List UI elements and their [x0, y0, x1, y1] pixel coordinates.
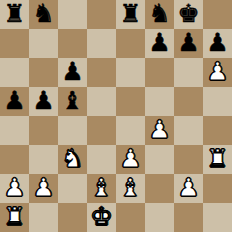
square-b6[interactable] [29, 58, 58, 87]
piece-black-pawn[interactable]: ♟ [32, 87, 54, 115]
piece-black-bishop[interactable]: ♝ [61, 87, 83, 115]
square-c6[interactable]: ♟ [58, 58, 87, 87]
square-a5[interactable]: ♟ [0, 87, 29, 116]
piece-white-pawn[interactable]: ♟ [177, 174, 199, 202]
piece-white-knight[interactable]: ♞ [61, 145, 83, 173]
square-d3[interactable] [87, 145, 116, 174]
chess-board: ♜♞♜♞♚♟♟♟♟♟♟♟♝♟♞♟♜♟♟♝♝♟♜♚ [0, 0, 232, 232]
square-e7[interactable] [116, 29, 145, 58]
piece-white-bishop[interactable]: ♝ [119, 174, 141, 202]
square-c8[interactable] [58, 0, 87, 29]
piece-white-pawn[interactable]: ♟ [3, 174, 25, 202]
square-b4[interactable] [29, 116, 58, 145]
square-f3[interactable] [145, 145, 174, 174]
square-h1[interactable] [203, 203, 232, 232]
square-h8[interactable] [203, 0, 232, 29]
piece-black-pawn[interactable]: ♟ [61, 58, 83, 86]
square-a7[interactable] [0, 29, 29, 58]
square-h5[interactable] [203, 87, 232, 116]
square-c4[interactable] [58, 116, 87, 145]
square-g1[interactable] [174, 203, 203, 232]
square-c5[interactable]: ♝ [58, 87, 87, 116]
piece-white-king[interactable]: ♚ [90, 203, 112, 231]
square-c7[interactable] [58, 29, 87, 58]
square-d4[interactable] [87, 116, 116, 145]
square-b7[interactable] [29, 29, 58, 58]
piece-black-pawn[interactable]: ♟ [177, 29, 199, 57]
square-e4[interactable] [116, 116, 145, 145]
square-f7[interactable]: ♟ [145, 29, 174, 58]
square-a6[interactable] [0, 58, 29, 87]
square-g7[interactable]: ♟ [174, 29, 203, 58]
piece-white-rook[interactable]: ♜ [3, 203, 25, 231]
square-e2[interactable]: ♝ [116, 174, 145, 203]
square-c3[interactable]: ♞ [58, 145, 87, 174]
piece-white-pawn[interactable]: ♟ [32, 174, 54, 202]
square-b1[interactable] [29, 203, 58, 232]
square-g8[interactable]: ♚ [174, 0, 203, 29]
square-h3[interactable]: ♜ [203, 145, 232, 174]
square-c1[interactable] [58, 203, 87, 232]
square-c2[interactable] [58, 174, 87, 203]
square-a8[interactable]: ♜ [0, 0, 29, 29]
square-f4[interactable]: ♟ [145, 116, 174, 145]
square-d7[interactable] [87, 29, 116, 58]
square-f5[interactable] [145, 87, 174, 116]
square-d5[interactable] [87, 87, 116, 116]
square-e6[interactable] [116, 58, 145, 87]
square-d8[interactable] [87, 0, 116, 29]
square-a3[interactable] [0, 145, 29, 174]
piece-white-pawn[interactable]: ♟ [119, 145, 141, 173]
square-d6[interactable] [87, 58, 116, 87]
square-e8[interactable]: ♜ [116, 0, 145, 29]
square-g2[interactable]: ♟ [174, 174, 203, 203]
square-h2[interactable] [203, 174, 232, 203]
square-f2[interactable] [145, 174, 174, 203]
piece-black-pawn[interactable]: ♟ [148, 29, 170, 57]
piece-white-pawn[interactable]: ♟ [206, 58, 228, 86]
piece-black-pawn[interactable]: ♟ [206, 29, 228, 57]
piece-white-bishop[interactable]: ♝ [90, 174, 112, 202]
piece-black-rook[interactable]: ♜ [3, 0, 25, 28]
piece-black-knight[interactable]: ♞ [148, 0, 170, 28]
square-e1[interactable] [116, 203, 145, 232]
square-h4[interactable] [203, 116, 232, 145]
square-a2[interactable]: ♟ [0, 174, 29, 203]
square-f1[interactable] [145, 203, 174, 232]
square-h7[interactable]: ♟ [203, 29, 232, 58]
square-b2[interactable]: ♟ [29, 174, 58, 203]
square-a1[interactable]: ♜ [0, 203, 29, 232]
chess-board-container: ♜♞♜♞♚♟♟♟♟♟♟♟♝♟♞♟♜♟♟♝♝♟♜♚ [0, 0, 232, 232]
square-g6[interactable] [174, 58, 203, 87]
square-d1[interactable]: ♚ [87, 203, 116, 232]
square-e3[interactable]: ♟ [116, 145, 145, 174]
square-d2[interactable]: ♝ [87, 174, 116, 203]
square-e5[interactable] [116, 87, 145, 116]
square-b8[interactable]: ♞ [29, 0, 58, 29]
piece-black-pawn[interactable]: ♟ [3, 87, 25, 115]
piece-white-pawn[interactable]: ♟ [148, 116, 170, 144]
square-g4[interactable] [174, 116, 203, 145]
square-b5[interactable]: ♟ [29, 87, 58, 116]
piece-black-knight[interactable]: ♞ [32, 0, 54, 28]
square-h6[interactable]: ♟ [203, 58, 232, 87]
square-f6[interactable] [145, 58, 174, 87]
square-g5[interactable] [174, 87, 203, 116]
piece-white-rook[interactable]: ♜ [206, 145, 228, 173]
piece-black-rook[interactable]: ♜ [119, 0, 141, 28]
square-b3[interactable] [29, 145, 58, 174]
piece-black-king[interactable]: ♚ [177, 0, 199, 28]
square-f8[interactable]: ♞ [145, 0, 174, 29]
square-a4[interactable] [0, 116, 29, 145]
square-g3[interactable] [174, 145, 203, 174]
